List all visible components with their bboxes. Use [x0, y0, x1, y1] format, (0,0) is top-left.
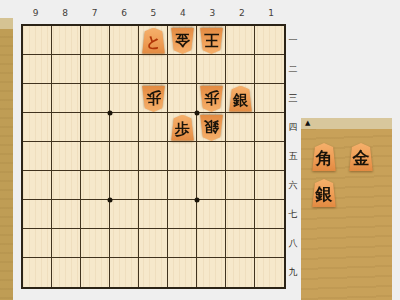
square-6-3[interactable] — [110, 84, 139, 113]
square-7-3[interactable] — [81, 84, 110, 113]
square-8-9[interactable] — [52, 258, 81, 287]
square-8-1[interactable] — [52, 26, 81, 55]
piece-kanji: 歩 — [146, 90, 161, 105]
square-6-2[interactable] — [110, 55, 139, 84]
square-2-4[interactable] — [226, 113, 255, 142]
square-7-2[interactable] — [81, 55, 110, 84]
square-3-5[interactable] — [197, 142, 226, 171]
piece-kanji: 銀 — [316, 186, 333, 203]
star-point — [108, 198, 113, 203]
square-7-8[interactable] — [81, 229, 110, 258]
star-point — [108, 111, 113, 116]
shogi-board: と金王歩歩銀歩銀 — [21, 24, 286, 289]
square-1-6[interactable] — [255, 171, 284, 200]
square-1-5[interactable] — [255, 142, 284, 171]
rank-label-4: 四 — [287, 113, 299, 142]
rank-label-3: 三 — [287, 84, 299, 113]
square-1-3[interactable] — [255, 84, 284, 113]
square-5-7[interactable] — [139, 200, 168, 229]
piece-body: 金 — [349, 143, 373, 171]
square-4-7[interactable] — [168, 200, 197, 229]
square-5-9[interactable] — [139, 258, 168, 287]
square-3-9[interactable] — [197, 258, 226, 287]
square-6-4[interactable] — [110, 113, 139, 142]
sente-marker-icon: ▲ — [305, 119, 310, 128]
square-6-1[interactable] — [110, 26, 139, 55]
piece-sente-tokin-51[interactable]: と — [142, 28, 165, 54]
square-9-8[interactable] — [23, 229, 52, 258]
star-point — [195, 111, 200, 116]
rank-label-8: 八 — [287, 229, 299, 258]
square-8-8[interactable] — [52, 229, 81, 258]
gote-stand-top-band — [0, 18, 13, 29]
square-4-5[interactable] — [168, 142, 197, 171]
square-4-9[interactable] — [168, 258, 197, 287]
square-9-1[interactable] — [23, 26, 52, 55]
square-5-4[interactable] — [139, 113, 168, 142]
square-7-9[interactable] — [81, 258, 110, 287]
piece-body: 銀 — [312, 179, 336, 207]
piece-kanji: 金 — [175, 32, 190, 47]
file-label-1: 1 — [257, 6, 286, 20]
square-7-7[interactable] — [81, 200, 110, 229]
sente-hand-stand: ▲ 角金銀 — [301, 118, 392, 300]
piece-body: 王 — [200, 28, 223, 54]
square-3-2[interactable] — [197, 55, 226, 84]
square-2-1[interactable] — [226, 26, 255, 55]
square-2-7[interactable] — [226, 200, 255, 229]
square-7-4[interactable] — [81, 113, 110, 142]
square-8-3[interactable] — [52, 84, 81, 113]
square-1-7[interactable] — [255, 200, 284, 229]
file-label-7: 7 — [80, 6, 109, 20]
rank-label-6: 六 — [287, 171, 299, 200]
square-1-9[interactable] — [255, 258, 284, 287]
square-3-7[interactable] — [197, 200, 226, 229]
square-8-6[interactable] — [52, 171, 81, 200]
square-6-5[interactable] — [110, 142, 139, 171]
square-2-8[interactable] — [226, 229, 255, 258]
piece-gote-pawn-53[interactable]: 歩 — [142, 86, 165, 112]
hand-piece-bishop[interactable]: 角 — [312, 143, 336, 171]
file-labels: 987654321 — [21, 6, 286, 20]
rank-label-1: 一 — [287, 26, 299, 55]
piece-sente-silver-23[interactable]: 銀 — [229, 86, 252, 112]
piece-kanji: 歩 — [204, 90, 219, 105]
square-6-7[interactable] — [110, 200, 139, 229]
square-1-1[interactable] — [255, 26, 284, 55]
piece-kanji: 銀 — [204, 119, 219, 134]
file-label-5: 5 — [139, 6, 168, 20]
piece-body: と — [142, 28, 165, 54]
hand-piece-silver[interactable]: 銀 — [312, 179, 336, 207]
piece-body: 歩 — [200, 86, 223, 112]
piece-kanji: 歩 — [175, 122, 190, 137]
square-6-6[interactable] — [110, 171, 139, 200]
square-2-6[interactable] — [226, 171, 255, 200]
square-7-1[interactable] — [81, 26, 110, 55]
piece-body: 銀 — [229, 86, 252, 112]
square-4-8[interactable] — [168, 229, 197, 258]
hand-piece-gold[interactable]: 金 — [349, 143, 373, 171]
piece-body: 歩 — [171, 115, 194, 141]
square-8-5[interactable] — [52, 142, 81, 171]
square-3-6[interactable] — [197, 171, 226, 200]
rank-label-2: 二 — [287, 55, 299, 84]
square-5-2[interactable] — [139, 55, 168, 84]
piece-kanji: 角 — [316, 150, 333, 167]
hand-slot: 金 — [344, 143, 378, 171]
file-label-2: 2 — [227, 6, 256, 20]
sente-hand-pieces: 角金銀 — [307, 143, 378, 207]
file-label-3: 3 — [198, 6, 227, 20]
square-9-6[interactable] — [23, 171, 52, 200]
square-9-5[interactable] — [23, 142, 52, 171]
rank-label-7: 七 — [287, 200, 299, 229]
square-9-3[interactable] — [23, 84, 52, 113]
piece-kanji: 王 — [204, 32, 219, 47]
piece-gote-silver-34[interactable]: 銀 — [200, 115, 223, 141]
square-4-3[interactable] — [168, 84, 197, 113]
square-1-2[interactable] — [255, 55, 284, 84]
square-1-4[interactable] — [255, 113, 284, 142]
square-9-9[interactable] — [23, 258, 52, 287]
square-6-8[interactable] — [110, 229, 139, 258]
piece-kanji: 金 — [353, 150, 370, 167]
square-8-2[interactable] — [52, 55, 81, 84]
piece-body: 金 — [171, 28, 194, 54]
square-3-8[interactable] — [197, 229, 226, 258]
gote-hand-stand — [0, 18, 13, 300]
piece-gote-king-31[interactable]: 王 — [200, 28, 223, 54]
piece-body: 角 — [312, 143, 336, 171]
star-point — [195, 198, 200, 203]
piece-body: 銀 — [200, 115, 223, 141]
square-6-9[interactable] — [110, 258, 139, 287]
square-9-7[interactable] — [23, 200, 52, 229]
piece-kanji: と — [146, 35, 161, 50]
rank-labels: 一二三四五六七八九 — [287, 26, 299, 287]
sente-stand-top-band: ▲ — [301, 118, 392, 129]
piece-gote-gold-41[interactable]: 金 — [171, 28, 194, 54]
square-4-6[interactable] — [168, 171, 197, 200]
square-9-4[interactable] — [23, 113, 52, 142]
piece-gote-pawn-33[interactable]: 歩 — [200, 86, 223, 112]
square-2-9[interactable] — [226, 258, 255, 287]
board-wrap: と金王歩歩銀歩銀 — [21, 24, 286, 289]
file-label-8: 8 — [50, 6, 79, 20]
square-4-2[interactable] — [168, 55, 197, 84]
square-1-8[interactable] — [255, 229, 284, 258]
rank-label-5: 五 — [287, 142, 299, 171]
rank-label-9: 九 — [287, 258, 299, 287]
square-9-2[interactable] — [23, 55, 52, 84]
square-5-8[interactable] — [139, 229, 168, 258]
square-5-6[interactable] — [139, 171, 168, 200]
file-label-4: 4 — [168, 6, 197, 20]
square-8-4[interactable] — [52, 113, 81, 142]
square-8-7[interactable] — [52, 200, 81, 229]
square-7-6[interactable] — [81, 171, 110, 200]
square-2-2[interactable] — [226, 55, 255, 84]
piece-body: 歩 — [142, 86, 165, 112]
hand-slot: 銀 — [307, 179, 341, 207]
piece-kanji: 銀 — [233, 93, 248, 108]
hand-slot: 角 — [307, 143, 341, 171]
file-label-6: 6 — [109, 6, 138, 20]
square-5-5[interactable] — [139, 142, 168, 171]
square-7-5[interactable] — [81, 142, 110, 171]
file-label-9: 9 — [21, 6, 50, 20]
square-2-5[interactable] — [226, 142, 255, 171]
piece-sente-pawn-44[interactable]: 歩 — [171, 115, 194, 141]
